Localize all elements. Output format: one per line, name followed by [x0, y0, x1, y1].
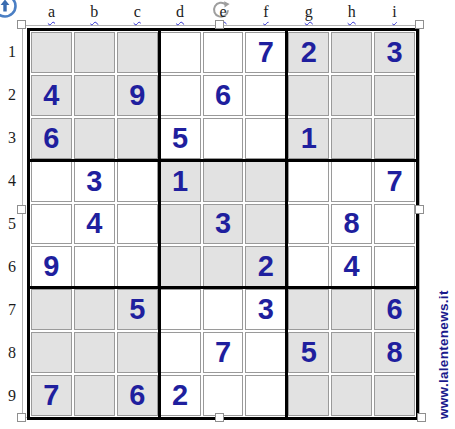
cell-a3: 6 — [31, 118, 72, 159]
column-label-f: f — [244, 2, 287, 22]
sudoku-grid[interactable]: 723496651317438924536758762 — [27, 28, 419, 420]
given-digit: 1 — [301, 124, 317, 153]
cell-d5 — [160, 204, 201, 245]
row-label-7: 7 — [2, 288, 22, 331]
given-digit: 3 — [86, 167, 102, 196]
cell-e4 — [203, 161, 244, 202]
cell-c4 — [117, 161, 158, 202]
cell-g2 — [288, 75, 329, 116]
row-label-6: 6 — [2, 245, 22, 288]
resize-handle-bottom-right[interactable] — [417, 413, 426, 422]
cell-f5 — [245, 204, 286, 245]
cell-i4: 7 — [374, 161, 415, 202]
given-digit: 7 — [43, 381, 59, 410]
given-digit: 6 — [129, 381, 145, 410]
cell-b4: 3 — [74, 161, 115, 202]
row-label-9: 9 — [2, 374, 22, 417]
resize-handle-middle-right[interactable] — [415, 205, 424, 214]
cell-b5: 4 — [74, 204, 115, 245]
cell-a2: 4 — [31, 75, 72, 116]
column-labels: abcdefghi — [27, 2, 419, 22]
cell-a6: 9 — [31, 246, 72, 287]
cell-f7: 3 — [245, 289, 286, 330]
cell-d3: 5 — [160, 118, 201, 159]
given-digit: 1 — [172, 167, 188, 196]
document-canvas: abcdefghi 123456789 72349665131743892453… — [0, 0, 455, 429]
cell-a8 — [31, 332, 72, 373]
given-digit: 7 — [215, 338, 231, 367]
cell-g8: 5 — [288, 332, 329, 373]
given-digit: 6 — [43, 124, 59, 153]
cell-g7 — [288, 289, 329, 330]
cell-a1 — [31, 32, 72, 73]
given-digit: 9 — [43, 252, 59, 281]
row-label-4: 4 — [2, 160, 22, 203]
cell-d6 — [160, 246, 201, 287]
cell-d1 — [160, 32, 201, 73]
cell-e2: 6 — [203, 75, 244, 116]
column-label-h: h — [330, 2, 373, 22]
column-label-e: e — [202, 2, 245, 22]
cell-h6: 4 — [331, 246, 372, 287]
cell-d4: 1 — [160, 161, 201, 202]
cell-f6: 2 — [245, 246, 286, 287]
cell-g1: 2 — [288, 32, 329, 73]
cell-h2 — [331, 75, 372, 116]
given-digit: 2 — [258, 252, 274, 281]
cell-f9 — [245, 375, 286, 416]
resize-handle-bottom-center[interactable] — [215, 413, 224, 422]
column-label-d: d — [159, 2, 202, 22]
cell-d2 — [160, 75, 201, 116]
cell-h4 — [331, 161, 372, 202]
cell-c9: 6 — [117, 375, 158, 416]
column-label-g: g — [287, 2, 330, 22]
cell-b7 — [74, 289, 115, 330]
cell-e9 — [203, 375, 244, 416]
given-digit: 6 — [386, 295, 402, 324]
given-digit: 8 — [344, 209, 360, 238]
cell-i3 — [374, 118, 415, 159]
cell-d7 — [160, 289, 201, 330]
cell-i7: 6 — [374, 289, 415, 330]
given-digit: 4 — [43, 81, 59, 110]
resize-handle-top-center[interactable] — [215, 20, 224, 29]
cell-e3 — [203, 118, 244, 159]
cell-c6 — [117, 246, 158, 287]
resize-handle-top-right[interactable] — [415, 20, 424, 29]
cell-i6 — [374, 246, 415, 287]
resize-handle-top-left[interactable] — [17, 20, 26, 29]
cell-g3: 1 — [288, 118, 329, 159]
cell-e5: 3 — [203, 204, 244, 245]
column-label-i: i — [373, 2, 416, 22]
cell-e6 — [203, 246, 244, 287]
cell-c2: 9 — [117, 75, 158, 116]
given-digit: 3 — [258, 295, 274, 324]
row-labels: 123456789 — [2, 28, 22, 420]
cell-b3 — [74, 118, 115, 159]
cell-i5 — [374, 204, 415, 245]
cell-c5 — [117, 204, 158, 245]
given-digit: 8 — [386, 338, 402, 367]
given-digit: 5 — [129, 295, 145, 324]
cell-h8 — [331, 332, 372, 373]
cell-b9 — [74, 375, 115, 416]
cell-h5: 8 — [331, 204, 372, 245]
cell-e1 — [203, 32, 244, 73]
box-divider-vertical-1 — [158, 31, 161, 417]
cell-g6 — [288, 246, 329, 287]
column-label-c: c — [116, 2, 159, 22]
cell-g9 — [288, 375, 329, 416]
cell-h3 — [331, 118, 372, 159]
given-digit: 2 — [172, 381, 188, 410]
cell-c8 — [117, 332, 158, 373]
given-digit: 6 — [215, 81, 231, 110]
cell-i1: 3 — [374, 32, 415, 73]
cell-f8 — [245, 332, 286, 373]
given-digit: 4 — [86, 209, 102, 238]
cell-f1: 7 — [245, 32, 286, 73]
row-label-3: 3 — [2, 117, 22, 160]
up-arrow-circle-icon — [0, 0, 18, 19]
cell-h1 — [331, 32, 372, 73]
cell-c7: 5 — [117, 289, 158, 330]
cell-g5 — [288, 204, 329, 245]
row-label-1: 1 — [2, 31, 22, 74]
resize-handle-middle-left[interactable] — [17, 205, 26, 214]
column-label-a: a — [30, 2, 73, 22]
given-digit: 5 — [172, 124, 188, 153]
given-digit: 9 — [129, 81, 145, 110]
cell-f3 — [245, 118, 286, 159]
cell-b8 — [74, 332, 115, 373]
cell-a4 — [31, 161, 72, 202]
column-label-b: b — [73, 2, 116, 22]
cell-i8: 8 — [374, 332, 415, 373]
cell-g4 — [288, 161, 329, 202]
cell-h7 — [331, 289, 372, 330]
cell-b6 — [74, 246, 115, 287]
given-digit: 3 — [386, 38, 402, 67]
cell-a9: 7 — [31, 375, 72, 416]
cell-c1 — [117, 32, 158, 73]
box-divider-vertical-2 — [285, 31, 288, 417]
box-divider-horizontal-1 — [30, 159, 416, 162]
given-digit: 4 — [344, 252, 360, 281]
given-digit: 3 — [215, 209, 231, 238]
cell-h9 — [331, 375, 372, 416]
cell-d8 — [160, 332, 201, 373]
given-digit: 5 — [301, 338, 317, 367]
cell-c3 — [117, 118, 158, 159]
cell-i2 — [374, 75, 415, 116]
resize-handle-bottom-left[interactable] — [17, 413, 26, 422]
cell-f4 — [245, 161, 286, 202]
cell-a5 — [31, 204, 72, 245]
given-digit: 7 — [258, 38, 274, 67]
cell-b1 — [74, 32, 115, 73]
given-digit: 7 — [386, 167, 402, 196]
row-label-2: 2 — [2, 74, 22, 117]
watermark: www.lalentenews.it — [436, 279, 451, 419]
cell-b2 — [74, 75, 115, 116]
cell-f2 — [245, 75, 286, 116]
given-digit: 2 — [301, 38, 317, 67]
cell-a7 — [31, 289, 72, 330]
cell-e8: 7 — [203, 332, 244, 373]
cell-d9: 2 — [160, 375, 201, 416]
cell-e7 — [203, 289, 244, 330]
cell-i9 — [374, 375, 415, 416]
box-divider-horizontal-2 — [30, 286, 416, 289]
row-label-8: 8 — [2, 331, 22, 374]
